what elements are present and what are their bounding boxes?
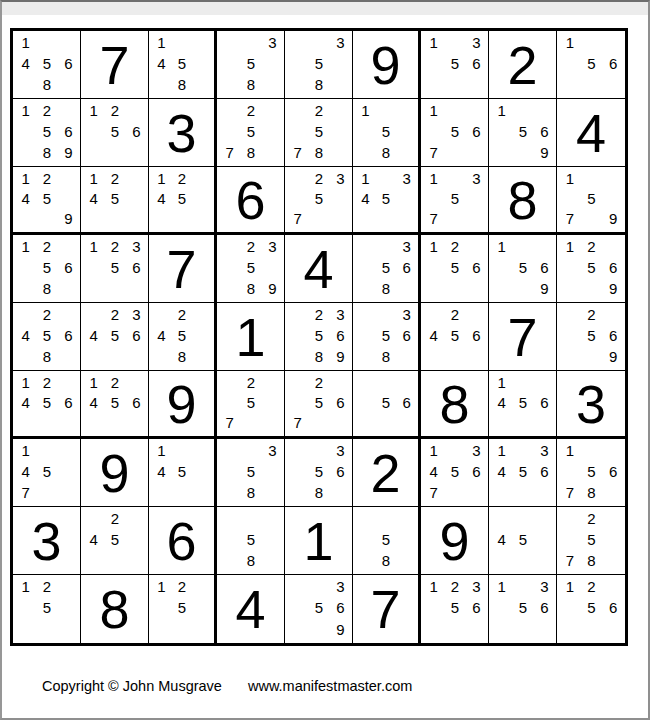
candidate-digit: 8: [376, 550, 397, 571]
cell-r8c9[interactable]: 2578: [557, 507, 625, 575]
cell-r3c7[interactable]: 1357: [421, 167, 489, 235]
candidate-grid: 1579: [557, 167, 625, 232]
candidate-digit: 8: [308, 482, 329, 503]
candidate-digit: 5: [104, 121, 125, 142]
candidate-digit: 5: [444, 188, 465, 208]
candidate-digit: 1: [559, 236, 581, 257]
candidate-grid: 12569: [557, 235, 625, 302]
solved-digit: 7: [81, 31, 148, 98]
cell-r4c6[interactable]: 3568: [353, 235, 421, 303]
cell-r7c1[interactable]: 1457: [13, 439, 81, 507]
cell-r9c3[interactable]: 125: [149, 575, 217, 643]
cell-r1c5[interactable]: 358: [285, 31, 353, 99]
candidate-digit: 4: [423, 461, 444, 482]
candidate-grid: 125: [13, 575, 80, 643]
candidate-digit: 8: [308, 346, 329, 367]
cell-r9c4[interactable]: 4: [217, 575, 285, 643]
candidate-digit: 8: [240, 142, 261, 163]
candidate-digit: 6: [534, 461, 555, 482]
puzzle-page: 1456871458358358913562156125689125632578…: [0, 0, 650, 720]
solved-digit: 7: [489, 303, 556, 370]
candidate-digit: 5: [36, 121, 57, 142]
candidate-digit: 7: [559, 482, 581, 503]
cell-r4c9[interactable]: 12569: [557, 235, 625, 303]
candidate-grid: 235689: [285, 303, 352, 370]
window-top-edge: [2, 2, 648, 15]
candidate-digit: 7: [423, 142, 444, 163]
cell-r3c2[interactable]: 1245: [81, 167, 149, 235]
candidate-digit: 6: [602, 461, 624, 482]
copyright-text: Copyright © John Musgrave: [42, 678, 222, 694]
cell-r1c6[interactable]: 9: [353, 31, 421, 99]
cell-r6c9[interactable]: 3: [557, 371, 625, 439]
candidate-digit: 8: [240, 482, 261, 503]
candidate-digit: 2: [308, 100, 329, 121]
candidate-digit: 3: [126, 304, 147, 325]
cell-r6c1[interactable]: 12456: [13, 371, 81, 439]
cell-r3c5[interactable]: 2357: [285, 167, 353, 235]
candidate-digit: 5: [376, 392, 397, 412]
candidate-grid: 23456: [81, 303, 148, 370]
cell-r8c2[interactable]: 245: [81, 507, 149, 575]
solved-digit: 4: [217, 575, 284, 643]
cell-r3c6[interactable]: 1345: [353, 167, 421, 235]
cell-r5c1[interactable]: 24568: [13, 303, 81, 371]
cell-r7c6[interactable]: 2: [353, 439, 421, 507]
sudoku-board: 1456871458358358913562156125689125632578…: [10, 28, 628, 646]
candidate-digit: 1: [83, 236, 104, 257]
candidate-grid: 12459: [13, 167, 80, 232]
candidate-digit: 1: [15, 32, 36, 53]
candidate-digit: 1: [559, 32, 581, 53]
cell-r7c3[interactable]: 145: [149, 439, 217, 507]
cell-r3c1[interactable]: 12459: [13, 167, 81, 235]
candidate-digit: 7: [15, 482, 36, 503]
candidate-digit: 2: [36, 168, 57, 188]
candidate-digit: 5: [36, 53, 57, 74]
cell-r3c4[interactable]: 6: [217, 167, 285, 235]
candidate-digit: 6: [602, 597, 624, 618]
candidate-digit: 3: [466, 32, 487, 53]
candidate-grid: 2578: [217, 99, 284, 166]
cell-r6c5[interactable]: 2567: [285, 371, 353, 439]
candidate-digit: 6: [602, 53, 624, 74]
candidate-digit: 5: [104, 529, 125, 550]
candidate-digit: 5: [444, 121, 465, 142]
candidate-digit: 5: [376, 121, 397, 142]
cell-r1c9[interactable]: 156: [557, 31, 625, 99]
candidate-digit: 6: [330, 325, 351, 346]
candidate-digit: 5: [512, 597, 533, 618]
cell-r5c9[interactable]: 2569: [557, 303, 625, 371]
candidate-digit: 8: [36, 278, 57, 299]
candidate-digit: 1: [423, 440, 444, 461]
website-link[interactable]: www.manifestmaster.com: [248, 678, 412, 694]
candidate-grid: 134567: [421, 439, 488, 506]
candidate-digit: 5: [172, 325, 193, 346]
candidate-digit: 6: [396, 325, 417, 346]
cell-r4c7[interactable]: 1256: [421, 235, 489, 303]
candidate-digit: 8: [172, 74, 193, 95]
candidate-digit: 2: [308, 304, 329, 325]
candidate-digit: 4: [423, 325, 444, 346]
candidate-grid: 2578: [557, 507, 625, 574]
candidate-digit: 2: [172, 576, 193, 597]
solved-digit: 7: [149, 235, 214, 302]
candidate-digit: 5: [376, 188, 397, 208]
cell-r4c5[interactable]: 4: [285, 235, 353, 303]
candidate-digit: 1: [423, 236, 444, 257]
solved-digit: 8: [421, 371, 488, 436]
candidate-digit: 8: [308, 74, 329, 95]
candidate-digit: 3: [466, 576, 487, 597]
candidate-grid: 125689: [13, 99, 80, 166]
candidate-grid: 14568: [13, 31, 80, 98]
candidate-digit: 5: [36, 325, 57, 346]
candidate-digit: 6: [58, 392, 79, 412]
cell-r9c7[interactable]: 12356: [421, 575, 489, 643]
cell-r8c3[interactable]: 6: [149, 507, 217, 575]
candidate-digit: 5: [444, 53, 465, 74]
candidate-digit: 1: [15, 236, 36, 257]
candidate-grid: 12456: [81, 371, 148, 436]
candidate-grid: 358: [217, 31, 284, 98]
candidate-digit: 6: [602, 325, 624, 346]
cell-r2c3[interactable]: 3: [149, 99, 217, 167]
candidate-digit: 2: [36, 372, 57, 392]
candidate-digit: 5: [444, 257, 465, 278]
candidate-digit: 8: [240, 278, 261, 299]
candidate-digit: 5: [308, 325, 329, 346]
candidate-digit: 5: [512, 257, 533, 278]
cell-r6c8[interactable]: 1456: [489, 371, 557, 439]
candidate-digit: 1: [559, 168, 581, 188]
cell-r2c2[interactable]: 1256: [81, 99, 149, 167]
candidate-grid: 1567: [421, 99, 488, 166]
candidate-digit: 1: [423, 100, 444, 121]
candidate-digit: 2: [308, 372, 329, 392]
candidate-digit: 6: [466, 461, 487, 482]
candidate-digit: 2: [36, 576, 57, 597]
candidate-digit: 6: [602, 257, 624, 278]
cell-r7c7[interactable]: 134567: [421, 439, 489, 507]
candidate-digit: 5: [240, 53, 261, 74]
candidate-grid: 1356: [421, 31, 488, 98]
candidate-digit: 7: [219, 413, 240, 433]
candidate-digit: 8: [581, 482, 603, 503]
candidate-digit: 4: [491, 392, 512, 412]
cell-r5c7[interactable]: 2456: [421, 303, 489, 371]
solved-digit: 2: [489, 31, 556, 98]
candidate-digit: 3: [534, 576, 555, 597]
solved-digit: 1: [285, 507, 352, 574]
candidate-digit: 6: [126, 325, 147, 346]
solved-digit: 8: [81, 575, 148, 643]
cell-r8c6[interactable]: 58: [353, 507, 421, 575]
candidate-digit: 1: [15, 168, 36, 188]
candidate-digit: 4: [491, 461, 512, 482]
cell-r4c2[interactable]: 12356: [81, 235, 149, 303]
cell-r9c6[interactable]: 7: [353, 575, 421, 643]
candidate-digit: 5: [308, 461, 329, 482]
candidate-digit: 6: [534, 597, 555, 618]
candidate-grid: 1245: [149, 167, 214, 232]
candidate-digit: 2: [444, 576, 465, 597]
cell-r5c5[interactable]: 235689: [285, 303, 353, 371]
candidate-digit: 5: [308, 392, 329, 412]
cell-r5c3[interactable]: 2458: [149, 303, 217, 371]
cell-r8c8[interactable]: 45: [489, 507, 557, 575]
candidate-grid: 1356: [489, 575, 556, 643]
candidate-digit: 8: [240, 550, 261, 571]
candidate-digit: 5: [376, 529, 397, 550]
cell-r2c7[interactable]: 1567: [421, 99, 489, 167]
candidate-grid: 2458: [149, 303, 214, 370]
candidate-digit: 2: [36, 100, 57, 121]
candidate-digit: 8: [172, 346, 193, 367]
candidate-digit: 9: [602, 278, 624, 299]
cell-r8c5[interactable]: 1: [285, 507, 353, 575]
candidate-digit: 1: [355, 100, 376, 121]
cell-r6c6[interactable]: 56: [353, 371, 421, 439]
candidate-digit: 2: [444, 236, 465, 257]
candidate-digit: 8: [376, 278, 397, 299]
candidate-grid: 1256: [557, 575, 625, 643]
cell-r9c5[interactable]: 3569: [285, 575, 353, 643]
cell-r8c1[interactable]: 3: [13, 507, 81, 575]
candidate-digit: 3: [330, 168, 351, 188]
cell-r9c2[interactable]: 8: [81, 575, 149, 643]
candidate-digit: 6: [396, 257, 417, 278]
cell-r6c4[interactable]: 257: [217, 371, 285, 439]
candidate-digit: 1: [491, 236, 512, 257]
cell-r5c8[interactable]: 7: [489, 303, 557, 371]
candidate-digit: 8: [36, 346, 57, 367]
candidate-digit: 6: [466, 597, 487, 618]
candidate-digit: 6: [466, 121, 487, 142]
cell-r9c1[interactable]: 125: [13, 575, 81, 643]
candidate-grid: 2456: [421, 303, 488, 370]
cell-r9c8[interactable]: 1356: [489, 575, 557, 643]
cell-r7c5[interactable]: 3568: [285, 439, 353, 507]
cell-r3c9[interactable]: 1579: [557, 167, 625, 235]
candidate-digit: 5: [581, 257, 603, 278]
candidate-digit: 9: [330, 346, 351, 367]
solved-digit: 9: [353, 31, 418, 98]
candidate-grid: 3569: [285, 575, 352, 643]
candidate-grid: 1345: [353, 167, 418, 232]
candidate-digit: 2: [104, 100, 125, 121]
candidate-digit: 9: [58, 209, 79, 229]
candidate-digit: 5: [581, 529, 603, 550]
candidate-grid: 3568: [285, 439, 352, 506]
candidate-digit: 2: [104, 372, 125, 392]
cell-r4c1[interactable]: 12568: [13, 235, 81, 303]
candidate-digit: 5: [172, 53, 193, 74]
cell-r7c8[interactable]: 13456: [489, 439, 557, 507]
candidate-digit: 2: [581, 304, 603, 325]
cell-r5c2[interactable]: 23456: [81, 303, 149, 371]
candidate-grid: 58: [217, 507, 284, 574]
cell-r1c4[interactable]: 358: [217, 31, 285, 99]
solved-digit: 6: [217, 167, 284, 232]
cell-r7c4[interactable]: 358: [217, 439, 285, 507]
candidate-digit: 2: [240, 236, 261, 257]
candidate-digit: 1: [423, 576, 444, 597]
solved-digit: 9: [81, 439, 148, 506]
candidate-digit: 1: [15, 440, 36, 461]
candidate-digit: 5: [512, 392, 533, 412]
candidate-digit: 5: [308, 53, 329, 74]
candidate-grid: 2357: [285, 167, 352, 232]
candidate-digit: 5: [36, 597, 57, 618]
candidate-grid: 2578: [285, 99, 352, 166]
candidate-digit: 2: [104, 508, 125, 529]
candidate-grid: 245: [81, 507, 148, 574]
candidate-digit: 5: [172, 188, 193, 208]
cell-r8c7[interactable]: 9: [421, 507, 489, 575]
candidate-grid: 12456: [13, 371, 80, 436]
candidate-grid: 145: [149, 439, 214, 506]
candidate-digit: 8: [36, 142, 57, 163]
solved-digit: 1: [217, 303, 284, 370]
cell-r2c1[interactable]: 125689: [13, 99, 81, 167]
candidate-digit: 6: [466, 325, 487, 346]
candidate-digit: 3: [396, 168, 417, 188]
candidate-digit: 5: [36, 461, 57, 482]
cell-r5c6[interactable]: 3568: [353, 303, 421, 371]
candidate-digit: 8: [376, 142, 397, 163]
candidate-grid: 125: [149, 575, 214, 643]
candidate-digit: 8: [376, 346, 397, 367]
cell-r4c4[interactable]: 23589: [217, 235, 285, 303]
candidate-digit: 2: [581, 576, 603, 597]
candidate-digit: 1: [83, 372, 104, 392]
candidate-digit: 6: [126, 392, 147, 412]
candidate-grid: 45: [489, 507, 556, 574]
cell-r3c3[interactable]: 1245: [149, 167, 217, 235]
candidate-digit: 3: [396, 236, 417, 257]
candidate-grid: 158: [353, 99, 418, 166]
candidate-digit: 5: [240, 392, 261, 412]
cell-r6c2[interactable]: 12456: [81, 371, 149, 439]
cell-r6c7[interactable]: 8: [421, 371, 489, 439]
cell-r8c4[interactable]: 58: [217, 507, 285, 575]
cell-r7c2[interactable]: 9: [81, 439, 149, 507]
candidate-digit: 7: [559, 209, 581, 229]
solved-digit: 9: [421, 507, 488, 574]
candidate-digit: 1: [151, 32, 172, 53]
cell-r1c2[interactable]: 7: [81, 31, 149, 99]
cell-r1c3[interactable]: 1458: [149, 31, 217, 99]
candidate-digit: 5: [172, 597, 193, 618]
candidate-digit: 5: [308, 121, 329, 142]
candidate-digit: 7: [287, 209, 308, 229]
candidate-digit: 5: [512, 121, 533, 142]
candidate-digit: 6: [330, 597, 351, 618]
cell-r2c9[interactable]: 4: [557, 99, 625, 167]
candidate-digit: 4: [83, 392, 104, 412]
candidate-digit: 3: [534, 440, 555, 461]
candidate-digit: 5: [104, 257, 125, 278]
candidate-digit: 1: [491, 440, 512, 461]
candidate-digit: 2: [172, 168, 193, 188]
candidate-digit: 1: [151, 168, 172, 188]
candidate-digit: 5: [104, 188, 125, 208]
candidate-digit: 5: [104, 325, 125, 346]
candidate-grid: 1458: [149, 31, 214, 98]
candidate-digit: 2: [581, 236, 603, 257]
candidate-grid: 1256: [421, 235, 488, 302]
candidate-grid: 23589: [217, 235, 284, 302]
candidate-digit: 3: [330, 440, 351, 461]
cell-r9c9[interactable]: 1256: [557, 575, 625, 643]
candidate-grid: 1357: [421, 167, 488, 232]
cell-r2c5[interactable]: 2578: [285, 99, 353, 167]
cell-r6c3[interactable]: 9: [149, 371, 217, 439]
candidate-digit: 6: [466, 257, 487, 278]
cell-r4c8[interactable]: 1569: [489, 235, 557, 303]
candidate-digit: 4: [15, 188, 36, 208]
solved-digit: 3: [13, 507, 80, 574]
candidate-digit: 5: [104, 392, 125, 412]
candidate-digit: 7: [423, 482, 444, 503]
cell-r2c4[interactable]: 2578: [217, 99, 285, 167]
candidate-digit: 2: [104, 168, 125, 188]
candidate-digit: 5: [240, 461, 261, 482]
cell-r7c9[interactable]: 15678: [557, 439, 625, 507]
candidate-digit: 6: [58, 121, 79, 142]
candidate-grid: 12356: [421, 575, 488, 643]
candidate-grid: 1457: [13, 439, 80, 506]
candidate-digit: 5: [512, 529, 533, 550]
candidate-digit: 5: [308, 597, 329, 618]
cell-r1c1[interactable]: 14568: [13, 31, 81, 99]
candidate-digit: 5: [376, 257, 397, 278]
solved-digit: 6: [149, 507, 214, 574]
cell-r4c3[interactable]: 7: [149, 235, 217, 303]
candidate-digit: 6: [330, 392, 351, 412]
candidate-digit: 5: [36, 188, 57, 208]
candidate-digit: 4: [15, 53, 36, 74]
candidate-digit: 4: [151, 53, 172, 74]
cell-r1c7[interactable]: 1356: [421, 31, 489, 99]
candidate-digit: 1: [15, 576, 36, 597]
cell-r5c4[interactable]: 1: [217, 303, 285, 371]
cell-r2c6[interactable]: 158: [353, 99, 421, 167]
candidate-digit: 4: [83, 529, 104, 550]
candidate-digit: 5: [172, 461, 193, 482]
cell-r3c8[interactable]: 8: [489, 167, 557, 235]
candidate-digit: 5: [240, 121, 261, 142]
cell-r2c8[interactable]: 1569: [489, 99, 557, 167]
solved-digit: 8: [489, 167, 556, 232]
candidate-digit: 5: [36, 392, 57, 412]
candidate-digit: 2: [308, 168, 329, 188]
candidate-digit: 1: [491, 576, 512, 597]
candidate-digit: 5: [444, 461, 465, 482]
solved-digit: 3: [149, 99, 214, 166]
candidate-grid: 15678: [557, 439, 625, 506]
candidate-digit: 1: [15, 372, 36, 392]
candidate-digit: 3: [330, 304, 351, 325]
candidate-digit: 5: [444, 597, 465, 618]
cell-r1c8[interactable]: 2: [489, 31, 557, 99]
solved-digit: 3: [557, 371, 625, 436]
candidate-digit: 9: [602, 209, 624, 229]
candidate-grid: 12568: [13, 235, 80, 302]
candidate-digit: 1: [559, 576, 581, 597]
